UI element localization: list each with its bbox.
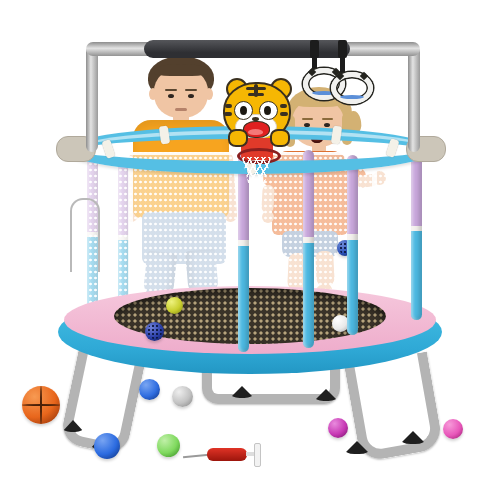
trampoline-product-image <box>0 0 500 500</box>
gym-ring <box>331 72 373 104</box>
boy-eye <box>168 94 174 98</box>
handlebar-upright-left <box>86 46 98 152</box>
jumping-mat <box>114 288 386 344</box>
tiger-paw <box>270 129 290 147</box>
tiger-pupil <box>240 106 247 115</box>
ring-ear <box>308 68 316 76</box>
ball-green <box>157 434 180 457</box>
girl-eye <box>324 123 330 127</box>
basket-net <box>242 157 271 184</box>
handlebar-upright-right <box>408 46 420 152</box>
tiger-cheek-stripe <box>280 104 287 108</box>
enclosure-pole-far-right <box>411 152 422 320</box>
tiger-cheek-stripe <box>280 112 288 116</box>
mini-basketball <box>22 386 60 424</box>
ball-blue-small <box>139 379 160 400</box>
tiger-pupil <box>264 106 271 115</box>
tiger-forehead-stripe <box>248 93 264 96</box>
net-door-zipper <box>70 198 100 272</box>
basketball-seam <box>40 386 42 424</box>
boy-fringe <box>154 64 208 76</box>
ball-pink <box>443 419 463 439</box>
ring-blue-accent <box>340 95 364 99</box>
handlebar-foam-grip <box>144 40 350 58</box>
tiger-cheek-stripe <box>225 104 232 108</box>
tiger-cheek-stripe <box>224 112 232 116</box>
girl-brow <box>302 118 313 120</box>
ball-magenta <box>328 418 348 438</box>
ball-gray <box>172 386 193 407</box>
tiger-paw <box>228 129 248 147</box>
girl-brow <box>322 118 333 120</box>
boy-brow <box>185 89 197 91</box>
enclosure-pole-front-center-right <box>303 150 314 348</box>
boy-mouth <box>175 108 187 111</box>
ring-ear <box>360 72 368 80</box>
ring-ear <box>336 72 344 80</box>
pump-handle <box>254 443 261 467</box>
tiger-tongue <box>248 129 263 135</box>
boy-brow <box>165 89 177 91</box>
enclosure-pole-front-right <box>347 155 358 335</box>
tiger-forehead-stripe <box>246 87 266 90</box>
basketball-seam <box>22 404 60 406</box>
pump-body <box>207 448 247 461</box>
tiger-basketball-hoop <box>222 72 292 190</box>
hand-pump <box>183 442 261 466</box>
boy-eye <box>188 94 194 98</box>
pump-needle <box>183 454 209 459</box>
